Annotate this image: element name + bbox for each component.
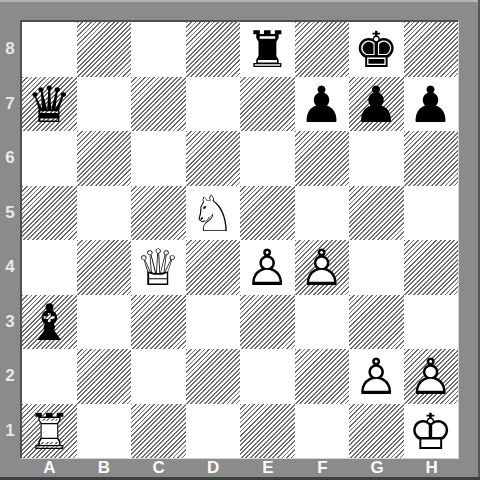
square-a1[interactable]: ♜♖ <box>22 404 77 459</box>
square-a6[interactable] <box>22 131 77 186</box>
square-b5[interactable] <box>77 186 132 241</box>
square-b8[interactable] <box>77 22 132 77</box>
square-e8[interactable]: ♜ <box>240 22 295 77</box>
white-knight-icon: ♘ <box>186 187 241 242</box>
square-d3[interactable] <box>186 295 241 350</box>
square-c7[interactable] <box>131 77 186 132</box>
white-pawn-icon: ♙ <box>295 241 350 296</box>
square-h6[interactable] <box>404 131 459 186</box>
rank-label-7: 7 <box>0 77 20 132</box>
square-f4[interactable]: ♟♙ <box>295 240 350 295</box>
black-rook-icon: ♜ <box>240 23 295 78</box>
square-c2[interactable] <box>131 349 186 404</box>
square-e5[interactable] <box>240 186 295 241</box>
board: ♜♚♛♟♟♟♞♘♛♕♟♙♟♙♝♟♙♟♙♜♖♚♔ <box>22 22 458 458</box>
square-c3[interactable] <box>131 295 186 350</box>
white-pawn-icon: ♙ <box>404 350 459 405</box>
square-h1[interactable]: ♚♔ <box>404 404 459 459</box>
square-d7[interactable] <box>186 77 241 132</box>
square-d8[interactable] <box>186 22 241 77</box>
square-f2[interactable] <box>295 349 350 404</box>
piece-white-rook: ♜♖ <box>22 404 77 459</box>
rank-labels: 87654321 <box>0 22 20 458</box>
square-d2[interactable] <box>186 349 241 404</box>
piece-white-pawn: ♟♙ <box>349 349 404 404</box>
white-king-icon: ♔ <box>404 405 459 460</box>
square-b7[interactable] <box>77 77 132 132</box>
square-a8[interactable] <box>22 22 77 77</box>
square-e2[interactable] <box>240 349 295 404</box>
square-d4[interactable] <box>186 240 241 295</box>
file-label-f: F <box>295 458 350 477</box>
square-e7[interactable] <box>240 77 295 132</box>
square-f8[interactable] <box>295 22 350 77</box>
square-h5[interactable] <box>404 186 459 241</box>
square-g1[interactable] <box>349 404 404 459</box>
square-e4[interactable]: ♟♙ <box>240 240 295 295</box>
square-b2[interactable] <box>77 349 132 404</box>
white-pawn-icon: ♙ <box>240 241 295 296</box>
piece-black-queen: ♛ <box>22 77 77 132</box>
piece-black-rook: ♜ <box>240 22 295 77</box>
square-e3[interactable] <box>240 295 295 350</box>
square-h3[interactable] <box>404 295 459 350</box>
black-pawn-icon: ♟ <box>349 78 404 133</box>
file-label-d: D <box>186 458 241 477</box>
rank-label-5: 5 <box>0 186 20 241</box>
square-b3[interactable] <box>77 295 132 350</box>
chess-diagram: 87654321 ♜♚♛♟♟♟♞♘♛♕♟♙♟♙♝♟♙♟♙♜♖♚♔ ABCDEFG… <box>0 0 480 480</box>
piece-black-pawn: ♟ <box>295 77 350 132</box>
rank-label-8: 8 <box>0 22 20 77</box>
square-h8[interactable] <box>404 22 459 77</box>
piece-black-king: ♚ <box>349 22 404 77</box>
frame-bevel-top <box>0 0 480 2</box>
file-label-b: B <box>77 458 132 477</box>
square-g8[interactable]: ♚ <box>349 22 404 77</box>
square-g4[interactable] <box>349 240 404 295</box>
file-label-a: A <box>22 458 77 477</box>
black-pawn-icon: ♟ <box>404 78 459 133</box>
square-b1[interactable] <box>77 404 132 459</box>
square-a7[interactable]: ♛ <box>22 77 77 132</box>
piece-white-pawn: ♟♙ <box>404 349 459 404</box>
square-f3[interactable] <box>295 295 350 350</box>
square-h2[interactable]: ♟♙ <box>404 349 459 404</box>
square-h4[interactable] <box>404 240 459 295</box>
square-f7[interactable]: ♟ <box>295 77 350 132</box>
black-bishop-icon: ♝ <box>22 296 77 351</box>
square-b4[interactable] <box>77 240 132 295</box>
square-a5[interactable] <box>22 186 77 241</box>
square-g2[interactable]: ♟♙ <box>349 349 404 404</box>
piece-white-queen: ♛♕ <box>131 240 186 295</box>
piece-white-king: ♚♔ <box>404 404 459 459</box>
black-pawn-icon: ♟ <box>295 78 350 133</box>
square-c1[interactable] <box>131 404 186 459</box>
square-e6[interactable] <box>240 131 295 186</box>
square-c6[interactable] <box>131 131 186 186</box>
rank-label-1: 1 <box>0 404 20 459</box>
file-labels: ABCDEFGH <box>22 458 459 477</box>
square-h7[interactable]: ♟ <box>404 77 459 132</box>
square-d1[interactable] <box>186 404 241 459</box>
square-g3[interactable] <box>349 295 404 350</box>
square-g5[interactable] <box>349 186 404 241</box>
piece-white-pawn: ♟♙ <box>240 240 295 295</box>
rank-label-3: 3 <box>0 295 20 350</box>
white-queen-icon: ♕ <box>131 241 186 296</box>
rank-label-4: 4 <box>0 240 20 295</box>
piece-black-pawn: ♟ <box>404 77 459 132</box>
square-d5[interactable]: ♞♘ <box>186 186 241 241</box>
square-f5[interactable] <box>295 186 350 241</box>
file-label-g: G <box>350 458 405 477</box>
square-f1[interactable] <box>295 404 350 459</box>
square-c8[interactable] <box>131 22 186 77</box>
rank-label-6: 6 <box>0 131 20 186</box>
square-c4[interactable]: ♛♕ <box>131 240 186 295</box>
file-label-e: E <box>241 458 296 477</box>
square-g7[interactable]: ♟ <box>349 77 404 132</box>
square-a2[interactable] <box>22 349 77 404</box>
file-label-h: H <box>404 458 459 477</box>
square-a4[interactable] <box>22 240 77 295</box>
square-e1[interactable] <box>240 404 295 459</box>
black-king-icon: ♚ <box>349 23 404 78</box>
piece-white-knight: ♞♘ <box>186 186 241 241</box>
rank-label-2: 2 <box>0 349 20 404</box>
square-c5[interactable] <box>131 186 186 241</box>
square-g6[interactable] <box>349 131 404 186</box>
piece-white-pawn: ♟♙ <box>295 240 350 295</box>
file-label-c: C <box>131 458 186 477</box>
piece-black-bishop: ♝ <box>22 295 77 350</box>
square-f6[interactable] <box>295 131 350 186</box>
white-rook-icon: ♖ <box>22 405 77 460</box>
square-d6[interactable] <box>186 131 241 186</box>
board-frame: ♜♚♛♟♟♟♞♘♛♕♟♙♟♙♝♟♙♟♙♜♖♚♔ <box>20 20 458 458</box>
white-pawn-icon: ♙ <box>349 350 404 405</box>
square-b6[interactable] <box>77 131 132 186</box>
square-a3[interactable]: ♝ <box>22 295 77 350</box>
black-queen-icon: ♛ <box>22 78 77 133</box>
piece-black-pawn: ♟ <box>349 77 404 132</box>
